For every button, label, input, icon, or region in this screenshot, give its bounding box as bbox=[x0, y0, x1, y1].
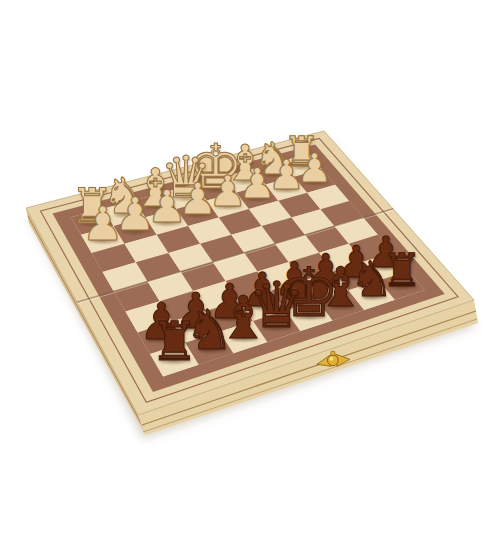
piece-white-pawn-a2[interactable]: ♟ bbox=[82, 201, 124, 248]
piece-black-rook-a8[interactable]: ♜ bbox=[150, 315, 198, 369]
chess-set-product-photo: ♜♞♝♟♚♟♛♟♝♟♞♟♜♟♟♟♟♟♜♟♞♟♝♟♚♟♛♟♝♟♞♜ bbox=[0, 0, 500, 539]
